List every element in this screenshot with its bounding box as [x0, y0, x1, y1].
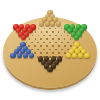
board-hole[interactable]	[46, 45, 48, 47]
board-hole[interactable]	[46, 38, 48, 40]
board-hole[interactable]	[41, 31, 43, 33]
board-hole[interactable]	[40, 52, 42, 54]
board-hole[interactable]	[49, 28, 51, 30]
board-hole[interactable]	[52, 52, 54, 54]
peg-blue[interactable]	[29, 53, 34, 58]
board-hole[interactable]	[46, 52, 48, 54]
chinese-checkers-photo	[0, 0, 100, 100]
peg-natural[interactable]	[45, 21, 50, 26]
board-hole[interactable]	[34, 45, 36, 47]
board-hole[interactable]	[64, 45, 66, 47]
board-hole[interactable]	[40, 45, 42, 47]
board-hole[interactable]	[52, 31, 54, 33]
peg-black[interactable]	[47, 67, 52, 72]
board-hole[interactable]	[34, 52, 36, 54]
peg-blue[interactable]	[10, 53, 15, 58]
peg-blue[interactable]	[17, 53, 22, 58]
board-hole[interactable]	[40, 38, 42, 40]
board-hole[interactable]	[58, 38, 60, 40]
board-hole[interactable]	[52, 38, 54, 40]
peg-yellow[interactable]	[66, 53, 71, 58]
peg-natural[interactable]	[56, 21, 61, 26]
board-hole[interactable]	[58, 45, 60, 47]
board-hole[interactable]	[52, 45, 54, 47]
board-hole[interactable]	[35, 38, 37, 40]
peg-blue[interactable]	[23, 53, 28, 58]
peg-yellow[interactable]	[84, 53, 89, 58]
board-hole[interactable]	[28, 45, 30, 47]
board-hole[interactable]	[58, 52, 60, 54]
board-hole[interactable]	[64, 31, 66, 33]
board-hole[interactable]	[46, 31, 48, 33]
